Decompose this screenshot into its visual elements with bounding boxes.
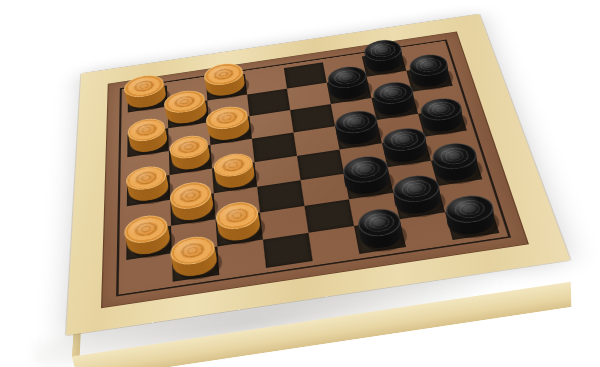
board-frame (66, 14, 570, 335)
square-r7c3[interactable] (216, 213, 263, 247)
orange-piece-r2c2[interactable] (167, 101, 208, 128)
black-piece-r8c6[interactable] (358, 220, 405, 253)
square-r3c1[interactable] (127, 128, 169, 157)
square-r8c2[interactable] (172, 246, 220, 281)
play-area-border (116, 39, 511, 296)
board-3d-transform (72, 33, 571, 356)
square-r8c6[interactable] (354, 219, 406, 254)
black-piece-r7c7[interactable] (392, 186, 443, 218)
square-r8c1[interactable] (126, 253, 173, 289)
square-r6c2[interactable] (170, 193, 215, 226)
board-surface (101, 32, 529, 309)
square-r6c4[interactable] (257, 180, 304, 212)
square-r6c6[interactable] (344, 167, 393, 199)
square-r5c1[interactable] (127, 175, 170, 206)
orange-piece-r8c2[interactable] (173, 247, 218, 281)
square-r5c5[interactable] (297, 150, 344, 181)
square-r6c5[interactable] (301, 174, 349, 206)
square-r8c5[interactable] (308, 226, 359, 261)
square-r8c3[interactable] (217, 240, 266, 275)
orange-piece-r3c3[interactable] (208, 117, 251, 145)
square-r7c7[interactable] (393, 186, 445, 219)
black-piece-r4c8[interactable] (420, 109, 466, 136)
square-r8c4[interactable] (263, 233, 313, 268)
square-r8c8[interactable] (445, 206, 499, 240)
square-r2c4[interactable] (247, 89, 290, 117)
black-piece-r3c7[interactable] (373, 93, 417, 120)
square-r7c4[interactable] (260, 206, 308, 240)
black-piece-r4c6[interactable] (335, 121, 380, 148)
black-piece-r8c8[interactable] (444, 206, 498, 239)
board-grid (126, 45, 499, 289)
black-piece-r5c7[interactable] (382, 139, 429, 167)
product-photo-background (0, 0, 600, 367)
black-piece-r6c6[interactable] (343, 167, 392, 199)
